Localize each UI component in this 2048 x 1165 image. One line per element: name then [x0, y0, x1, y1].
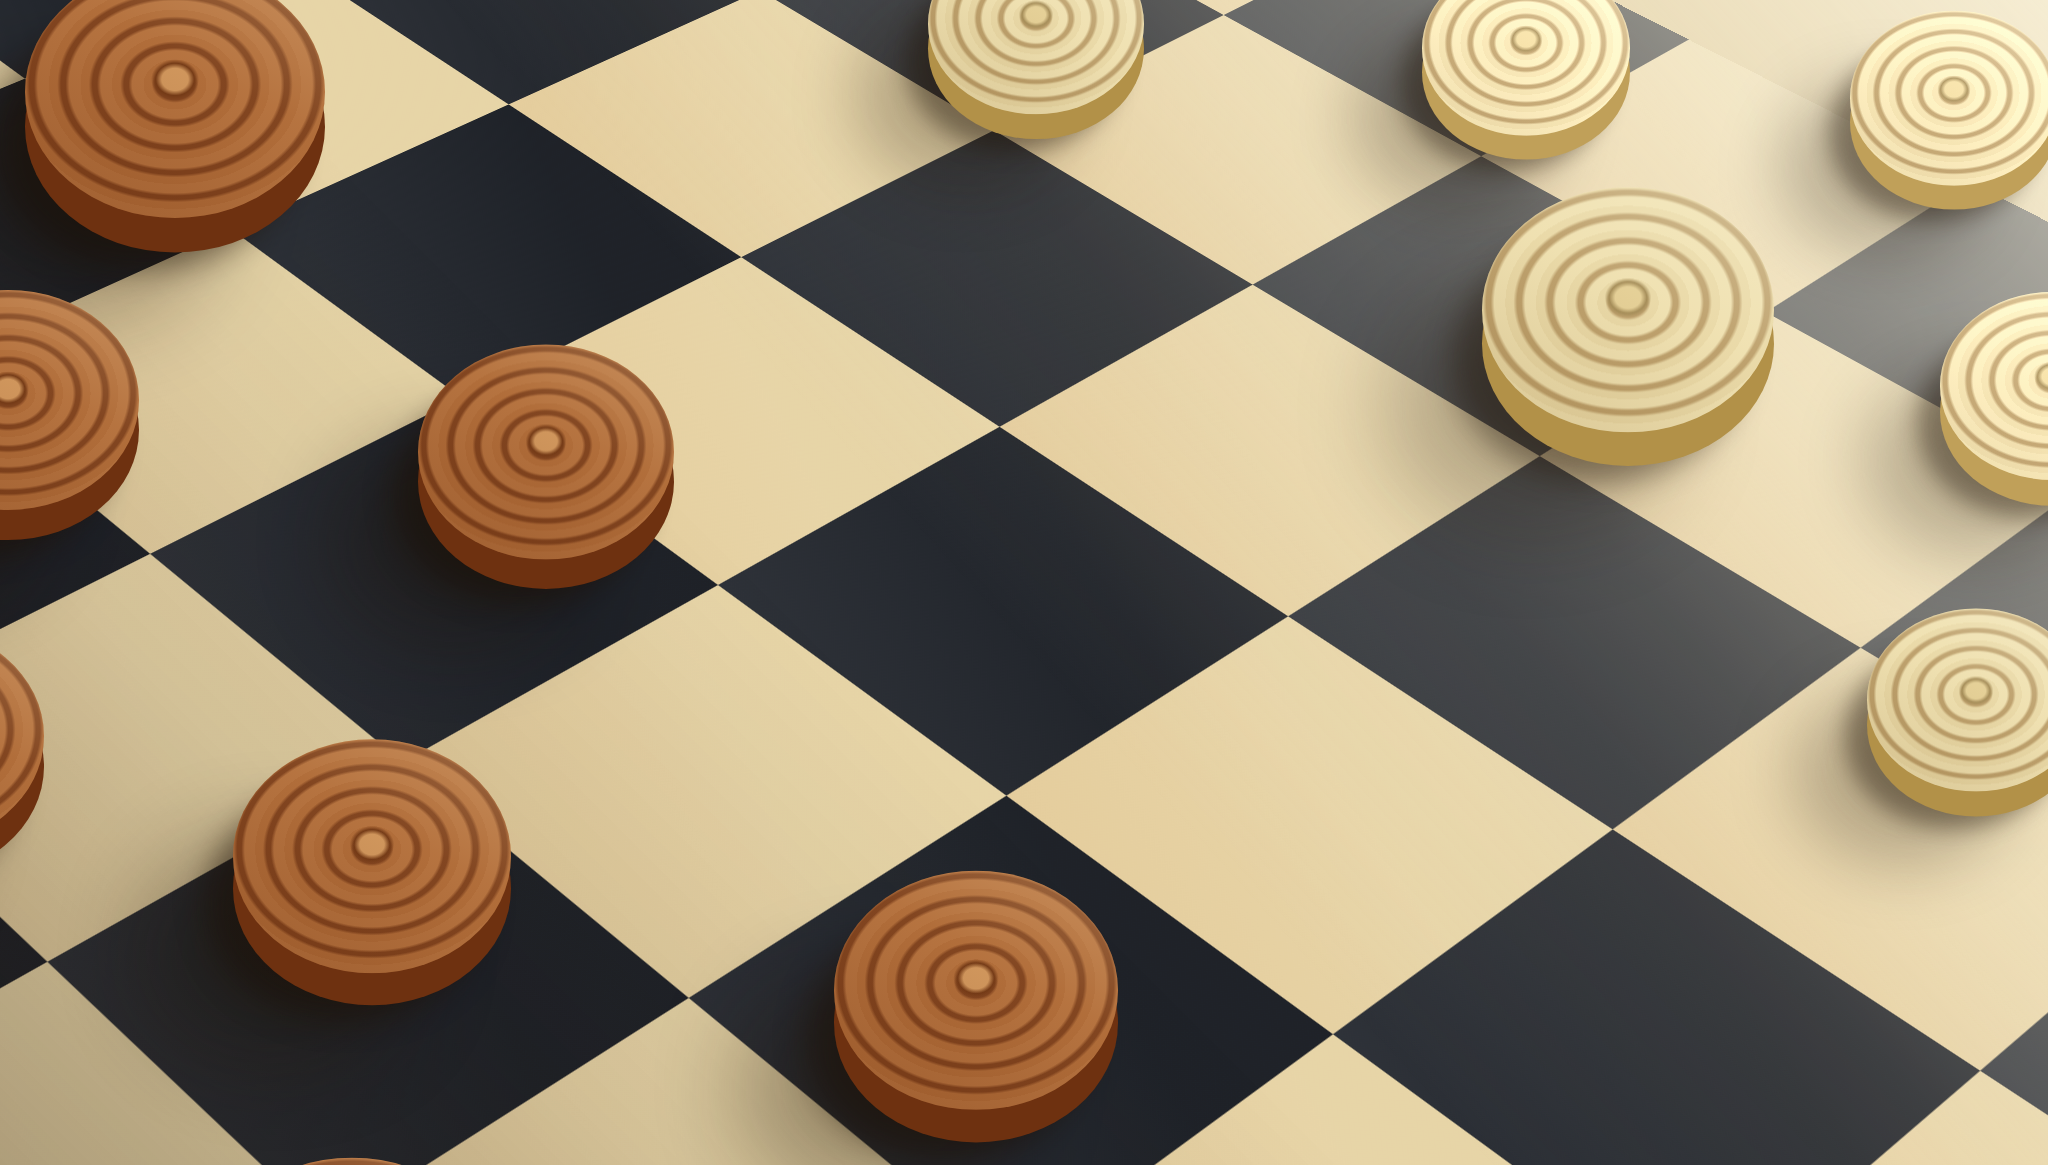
- checker-light-w3[interactable]: [1850, 11, 2048, 186]
- checker-dark-b6[interactable]: [204, 1158, 500, 1165]
- pieces-layer: [0, 0, 2048, 1165]
- checker-dark-b4[interactable]: [233, 739, 511, 973]
- checker-light-w4[interactable]: [1482, 187, 1774, 432]
- checker-dark-b5[interactable]: [834, 871, 1118, 1110]
- checker-dark-b3[interactable]: [418, 344, 674, 559]
- checker-light-w1[interactable]: [928, 0, 1144, 115]
- checker-dark-b1[interactable]: [25, 0, 325, 218]
- checker-light-w5[interactable]: [1940, 292, 2048, 480]
- checker-light-w7[interactable]: [1867, 608, 2048, 791]
- checker-dark-b2[interactable]: [0, 290, 139, 510]
- checker-dark-b7[interactable]: [0, 625, 44, 847]
- checker-light-w2[interactable]: [1422, 0, 1630, 135]
- checkers-photo-scene: Wooden checkers board close-up: [0, 0, 2048, 1165]
